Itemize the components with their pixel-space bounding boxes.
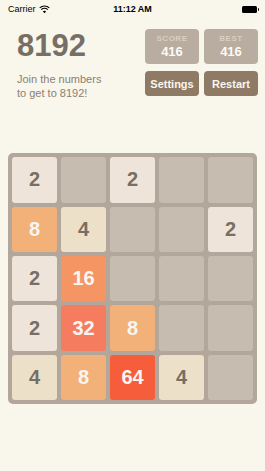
restart-button[interactable]: Restart: [204, 71, 258, 96]
tile-32-r4c2: 32: [61, 305, 106, 350]
empty-cell-r3c4: [159, 256, 204, 301]
empty-cell-r2c3: [110, 207, 155, 252]
score-row: SCORE 416 BEST 416: [145, 29, 258, 64]
tile-8-r5c2: 8: [61, 355, 106, 400]
page-title: 8192: [17, 30, 101, 63]
tile-2-r1c3: 2: [110, 157, 155, 202]
tile-4-r5c1: 4: [12, 355, 57, 400]
tile-4-r5c4: 4: [159, 355, 204, 400]
app-screen: Carrier 11:12 AM 8192 Join the numbers t…: [0, 0, 265, 471]
score-value: 416: [161, 44, 183, 59]
tile-16-r3c2: 16: [61, 256, 106, 301]
tile-2-r4c1: 2: [12, 305, 57, 350]
empty-cell-r3c3: [110, 256, 155, 301]
empty-cell-r3c5: [208, 256, 253, 301]
header: 8192 Join the numbers to get to 8192! SC…: [0, 18, 265, 101]
tile-2-r3c1: 2: [12, 256, 57, 301]
status-time: 11:12 AM: [0, 4, 265, 14]
tile-8-r4c3: 8: [110, 305, 155, 350]
status-bar: Carrier 11:12 AM: [0, 0, 265, 18]
battery-icon: [242, 6, 257, 13]
subtitle: Join the numbers to get to 8192!: [17, 72, 101, 102]
button-row: Settings Restart: [145, 71, 258, 96]
score-box: SCORE 416: [145, 29, 199, 64]
subtitle-line1: Join the numbers: [17, 73, 101, 85]
score-label: SCORE: [157, 34, 188, 43]
tile-4-r2c2: 4: [61, 207, 106, 252]
settings-button[interactable]: Settings: [145, 71, 199, 96]
best-label: BEST: [219, 34, 242, 43]
tile-2-r1c1: 2: [12, 157, 57, 202]
tile-2-r2c5: 2: [208, 207, 253, 252]
empty-cell-r2c4: [159, 207, 204, 252]
subtitle-line2: to get to 8192!: [17, 87, 87, 99]
empty-cell-r5c5: [208, 355, 253, 400]
empty-cell-r4c5: [208, 305, 253, 350]
best-box: BEST 416: [204, 29, 258, 64]
empty-cell-r1c5: [208, 157, 253, 202]
status-right: [242, 6, 257, 13]
empty-cell-r1c2: [61, 157, 106, 202]
header-left: 8192 Join the numbers to get to 8192!: [17, 29, 101, 101]
tile-8-r2c1: 8: [12, 207, 57, 252]
empty-cell-r1c4: [159, 157, 204, 202]
header-right: SCORE 416 BEST 416 Settings Restart: [145, 29, 258, 101]
empty-cell-r4c4: [159, 305, 204, 350]
game-board[interactable]: 22842216232848644: [8, 153, 257, 404]
tile-64-r5c3: 64: [110, 355, 155, 400]
best-value: 416: [220, 44, 242, 59]
